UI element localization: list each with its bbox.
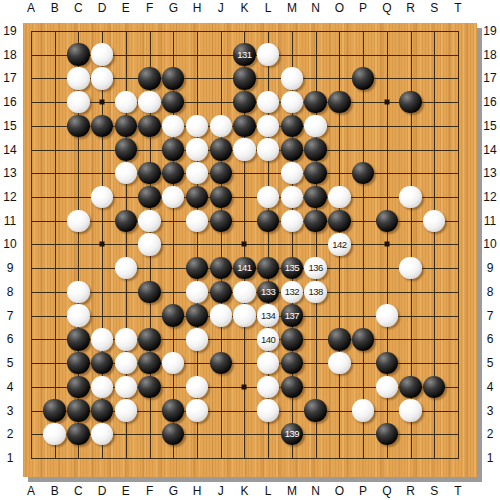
col-label-top-H: H <box>193 1 202 15</box>
stone-O11[interactable] <box>328 210 350 232</box>
stone-R16[interactable] <box>399 91 421 113</box>
stone-H4[interactable] <box>186 376 208 398</box>
stone-C16[interactable] <box>67 91 89 113</box>
stone-H11[interactable] <box>186 210 208 232</box>
stone-F15[interactable] <box>138 115 160 137</box>
row-label-left-10: 10 <box>0 237 20 251</box>
col-label-top-P: P <box>359 1 367 15</box>
stone-L8[interactable]: 133 <box>257 281 279 303</box>
stone-C7[interactable] <box>67 304 89 326</box>
stone-E16[interactable] <box>115 91 137 113</box>
stone-Q5[interactable] <box>376 352 398 374</box>
col-label-top-E: E <box>122 1 130 15</box>
stone-L5[interactable] <box>257 352 279 374</box>
stone-D12[interactable] <box>91 186 113 208</box>
stone-J15[interactable] <box>210 115 232 137</box>
row-label-right-17: 17 <box>480 71 500 85</box>
stone-H13[interactable] <box>186 162 208 184</box>
stone-M13[interactable] <box>281 162 303 184</box>
stone-M9[interactable]: 135 <box>281 257 303 279</box>
col-label-bottom-K: K <box>240 484 248 498</box>
stone-K16[interactable] <box>233 91 255 113</box>
stone-G13[interactable] <box>162 162 184 184</box>
stone-L15[interactable] <box>257 115 279 137</box>
row-label-left-4: 4 <box>0 380 20 394</box>
row-label-right-10: 10 <box>480 237 500 251</box>
stone-E11[interactable] <box>115 210 137 232</box>
row-label-left-7: 7 <box>0 309 20 323</box>
row-label-right-16: 16 <box>480 95 500 109</box>
col-label-top-A: A <box>27 1 35 15</box>
stone-G2[interactable] <box>162 423 184 445</box>
go-diagram-page: ABCDEFGHJKLMNOPQRST ABCDEFGHJKLMNOPQRST … <box>0 0 500 500</box>
row-label-left-13: 13 <box>0 166 20 180</box>
row-label-left-8: 8 <box>0 285 20 299</box>
col-label-bottom-G: G <box>169 484 178 498</box>
stone-H3[interactable] <box>186 399 208 421</box>
stone-M14[interactable] <box>281 138 303 160</box>
row-label-right-19: 19 <box>480 24 500 38</box>
move-number-133: 133 <box>261 287 275 297</box>
row-label-right-8: 8 <box>480 285 500 299</box>
stone-C5[interactable] <box>67 352 89 374</box>
stone-E15[interactable] <box>115 115 137 137</box>
col-label-top-O: O <box>335 1 344 15</box>
stone-C3[interactable] <box>67 399 89 421</box>
stone-E4[interactable] <box>115 376 137 398</box>
row-label-right-13: 13 <box>480 166 500 180</box>
col-label-top-J: J <box>218 1 224 15</box>
stone-B2[interactable] <box>43 423 65 445</box>
stone-F6[interactable] <box>138 328 160 350</box>
stone-K18[interactable]: 131 <box>233 43 255 65</box>
row-label-left-1: 1 <box>0 451 20 465</box>
move-number-142: 142 <box>332 240 346 250</box>
board-grid[interactable]: 131142141135136133132138134137140139 <box>19 19 470 470</box>
stone-E5[interactable] <box>115 352 137 374</box>
col-label-bottom-S: S <box>430 484 438 498</box>
stone-F4[interactable] <box>138 376 160 398</box>
stone-K8[interactable] <box>233 281 255 303</box>
stone-C11[interactable] <box>67 210 89 232</box>
stone-G7[interactable] <box>162 304 184 326</box>
row-label-left-19: 19 <box>0 24 20 38</box>
row-label-left-16: 16 <box>0 95 20 109</box>
stone-G5[interactable] <box>162 352 184 374</box>
stone-G3[interactable] <box>162 399 184 421</box>
stone-R9[interactable] <box>399 257 421 279</box>
col-label-bottom-P: P <box>359 484 367 498</box>
stone-N14[interactable] <box>304 138 326 160</box>
col-label-bottom-C: C <box>74 484 83 498</box>
move-number-140: 140 <box>261 335 275 345</box>
col-label-bottom-Q: Q <box>382 484 391 498</box>
row-label-left-11: 11 <box>0 214 20 228</box>
row-label-left-18: 18 <box>0 48 20 62</box>
stone-J9[interactable] <box>210 257 232 279</box>
row-label-left-6: 6 <box>0 332 20 346</box>
stone-M5[interactable] <box>281 352 303 374</box>
stone-N9[interactable]: 136 <box>304 257 326 279</box>
stone-L16[interactable] <box>257 91 279 113</box>
move-number-131: 131 <box>237 50 251 60</box>
stone-K17[interactable] <box>233 67 255 89</box>
stone-J11[interactable] <box>210 210 232 232</box>
stone-N8[interactable]: 138 <box>304 281 326 303</box>
stone-Q7[interactable] <box>376 304 398 326</box>
row-label-right-18: 18 <box>480 48 500 62</box>
row-label-right-14: 14 <box>480 143 500 157</box>
row-label-right-2: 2 <box>480 427 500 441</box>
row-label-right-6: 6 <box>480 332 500 346</box>
move-number-136: 136 <box>308 263 322 273</box>
goban[interactable]: 131142141135136133132138134137140139 <box>23 23 477 477</box>
stone-L11[interactable] <box>257 210 279 232</box>
stone-R12[interactable] <box>399 186 421 208</box>
stone-N16[interactable] <box>304 91 326 113</box>
row-label-right-3: 3 <box>480 404 500 418</box>
col-label-bottom-A: A <box>27 484 35 498</box>
stone-C2[interactable] <box>67 423 89 445</box>
stone-H9[interactable] <box>186 257 208 279</box>
stone-K7[interactable] <box>233 304 255 326</box>
stone-L3[interactable] <box>257 399 279 421</box>
row-label-left-3: 3 <box>0 404 20 418</box>
col-label-top-C: C <box>74 1 83 15</box>
stone-F8[interactable] <box>138 281 160 303</box>
stone-J13[interactable] <box>210 162 232 184</box>
col-label-top-N: N <box>311 1 320 15</box>
row-label-left-12: 12 <box>0 190 20 204</box>
col-label-bottom-F: F <box>146 484 153 498</box>
col-label-bottom-R: R <box>406 484 415 498</box>
row-label-left-17: 17 <box>0 71 20 85</box>
stone-G14[interactable] <box>162 138 184 160</box>
stone-F11[interactable] <box>138 210 160 232</box>
stone-D5[interactable] <box>91 352 113 374</box>
col-label-top-F: F <box>146 1 153 15</box>
stone-F17[interactable] <box>138 67 160 89</box>
stone-Q4[interactable] <box>376 376 398 398</box>
row-label-right-12: 12 <box>480 190 500 204</box>
stone-F16[interactable] <box>138 91 160 113</box>
move-number-135: 135 <box>285 263 299 273</box>
col-label-top-L: L <box>265 1 272 15</box>
stone-N13[interactable] <box>304 162 326 184</box>
col-label-bottom-L: L <box>265 484 272 498</box>
stone-O6[interactable] <box>328 328 350 350</box>
stone-E6[interactable] <box>115 328 137 350</box>
stone-K14[interactable] <box>233 138 255 160</box>
stone-M2[interactable]: 139 <box>281 423 303 445</box>
stone-B3[interactable] <box>43 399 65 421</box>
stone-D17[interactable] <box>91 67 113 89</box>
stone-N15[interactable] <box>304 115 326 137</box>
stone-P13[interactable] <box>352 162 374 184</box>
row-label-left-5: 5 <box>0 356 20 370</box>
stone-K15[interactable] <box>233 115 255 137</box>
move-number-132: 132 <box>285 287 299 297</box>
stone-S4[interactable] <box>423 376 445 398</box>
stone-C17[interactable] <box>67 67 89 89</box>
stone-C4[interactable] <box>67 376 89 398</box>
col-label-top-K: K <box>240 1 248 15</box>
stone-D3[interactable] <box>91 399 113 421</box>
col-label-bottom-B: B <box>51 484 59 498</box>
row-label-left-9: 9 <box>0 261 20 275</box>
col-label-top-G: G <box>169 1 178 15</box>
stone-D6[interactable] <box>91 328 113 350</box>
col-label-bottom-O: O <box>335 484 344 498</box>
stone-E3[interactable] <box>115 399 137 421</box>
stone-J12[interactable] <box>210 186 232 208</box>
stone-G17[interactable] <box>162 67 184 89</box>
stone-E9[interactable] <box>115 257 137 279</box>
stone-R3[interactable] <box>399 399 421 421</box>
stone-J14[interactable] <box>210 138 232 160</box>
stone-O5[interactable] <box>328 352 350 374</box>
stone-M11[interactable] <box>281 210 303 232</box>
stone-J7[interactable] <box>210 304 232 326</box>
stone-J8[interactable] <box>210 281 232 303</box>
col-label-top-D: D <box>98 1 107 15</box>
move-number-138: 138 <box>308 287 322 297</box>
col-label-bottom-T: T <box>454 484 461 498</box>
stone-C8[interactable] <box>67 281 89 303</box>
stone-G15[interactable] <box>162 115 184 137</box>
stone-D2[interactable] <box>91 423 113 445</box>
stone-L4[interactable] <box>257 376 279 398</box>
stone-H7[interactable] <box>186 304 208 326</box>
move-number-134: 134 <box>261 311 275 321</box>
stone-S11[interactable] <box>423 210 445 232</box>
stone-O12[interactable] <box>328 186 350 208</box>
row-label-left-14: 14 <box>0 143 20 157</box>
col-label-top-B: B <box>51 1 59 15</box>
stone-P6[interactable] <box>352 328 374 350</box>
stone-H6[interactable] <box>186 328 208 350</box>
stone-R4[interactable] <box>399 376 421 398</box>
move-number-141: 141 <box>237 263 251 273</box>
row-label-left-15: 15 <box>0 119 20 133</box>
stone-L7[interactable]: 134 <box>257 304 279 326</box>
stone-M15[interactable] <box>281 115 303 137</box>
stone-M16[interactable] <box>281 91 303 113</box>
stone-G16[interactable] <box>162 91 184 113</box>
stone-L12[interactable] <box>257 186 279 208</box>
stone-L6[interactable]: 140 <box>257 328 279 350</box>
stone-C18[interactable] <box>67 43 89 65</box>
col-label-top-Q: Q <box>382 1 391 15</box>
stone-J5[interactable] <box>210 352 232 374</box>
stone-L9[interactable] <box>257 257 279 279</box>
stone-E14[interactable] <box>115 138 137 160</box>
row-label-right-9: 9 <box>480 261 500 275</box>
col-label-top-M: M <box>287 1 297 15</box>
stone-O10[interactable]: 142 <box>328 233 350 255</box>
row-label-left-2: 2 <box>0 427 20 441</box>
col-label-bottom-J: J <box>218 484 224 498</box>
stone-M8[interactable]: 132 <box>281 281 303 303</box>
stone-E13[interactable] <box>115 162 137 184</box>
col-label-bottom-H: H <box>193 484 202 498</box>
stone-H15[interactable] <box>186 115 208 137</box>
stone-F10[interactable] <box>138 233 160 255</box>
stone-H14[interactable] <box>186 138 208 160</box>
stone-M12[interactable] <box>281 186 303 208</box>
stone-C15[interactable] <box>67 115 89 137</box>
stone-N12[interactable] <box>304 186 326 208</box>
stone-M7[interactable]: 137 <box>281 304 303 326</box>
stone-D18[interactable] <box>91 43 113 65</box>
row-label-right-5: 5 <box>480 356 500 370</box>
stone-K9[interactable]: 141 <box>233 257 255 279</box>
row-label-right-4: 4 <box>480 380 500 394</box>
stone-M17[interactable] <box>281 67 303 89</box>
stone-H8[interactable] <box>186 281 208 303</box>
row-label-right-7: 7 <box>480 309 500 323</box>
row-label-right-15: 15 <box>480 119 500 133</box>
stone-M6[interactable] <box>281 328 303 350</box>
stone-C6[interactable] <box>67 328 89 350</box>
col-label-top-R: R <box>406 1 415 15</box>
stone-N11[interactable] <box>304 210 326 232</box>
stone-L18[interactable] <box>257 43 279 65</box>
stone-F5[interactable] <box>138 352 160 374</box>
col-label-bottom-N: N <box>311 484 320 498</box>
stone-F12[interactable] <box>138 186 160 208</box>
stone-L14[interactable] <box>257 138 279 160</box>
stone-P17[interactable] <box>352 67 374 89</box>
stone-O16[interactable] <box>328 91 350 113</box>
stone-D15[interactable] <box>91 115 113 137</box>
stone-F13[interactable] <box>138 162 160 184</box>
stone-P3[interactable] <box>352 399 374 421</box>
move-number-137: 137 <box>285 311 299 321</box>
stone-D4[interactable] <box>91 376 113 398</box>
stone-H12[interactable] <box>186 186 208 208</box>
move-number-139: 139 <box>285 429 299 439</box>
stone-Q2[interactable] <box>376 423 398 445</box>
stone-N3[interactable] <box>304 399 326 421</box>
stone-Q11[interactable] <box>376 210 398 232</box>
col-label-bottom-E: E <box>122 484 130 498</box>
col-label-top-S: S <box>430 1 438 15</box>
row-label-right-11: 11 <box>480 214 500 228</box>
row-label-right-1: 1 <box>480 451 500 465</box>
col-label-bottom-D: D <box>98 484 107 498</box>
stone-M4[interactable] <box>281 376 303 398</box>
stone-G12[interactable] <box>162 186 184 208</box>
col-label-bottom-M: M <box>287 484 297 498</box>
col-label-top-T: T <box>454 1 461 15</box>
